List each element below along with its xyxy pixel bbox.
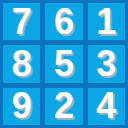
cell-r1c3[interactable]: 1 [88, 3, 125, 40]
cell-r2c2[interactable]: 5 [45, 45, 82, 82]
number-grid-board: 7 6 1 8 5 3 9 2 4 [0, 0, 128, 128]
cell-r1c1[interactable]: 7 [3, 3, 40, 40]
cell-r3c1[interactable]: 9 [3, 88, 40, 125]
cell-r3c2[interactable]: 2 [45, 88, 82, 125]
cell-r2c3[interactable]: 3 [88, 45, 125, 82]
cell-r3c3[interactable]: 4 [88, 88, 125, 125]
cell-r2c1[interactable]: 8 [3, 45, 40, 82]
cell-r1c2[interactable]: 6 [45, 3, 82, 40]
